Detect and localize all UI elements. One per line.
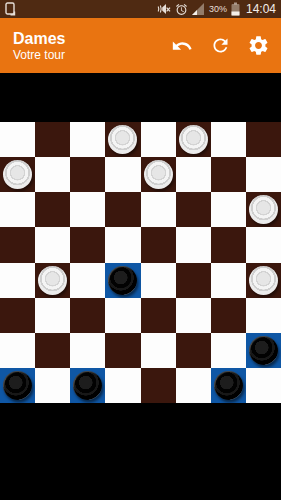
square-r2c8[interactable]	[246, 157, 281, 192]
square-r3c6[interactable]	[176, 192, 211, 227]
settings-button[interactable]	[239, 26, 277, 66]
square-r3c8[interactable]	[246, 192, 281, 227]
square-r6c1[interactable]	[0, 298, 35, 333]
redo-icon	[210, 35, 231, 56]
square-r7c3[interactable]	[70, 333, 105, 368]
square-r3c5[interactable]	[141, 192, 176, 227]
square-r6c5[interactable]	[141, 298, 176, 333]
square-r5c5[interactable]	[141, 263, 176, 298]
square-r4c7[interactable]	[211, 227, 246, 262]
battery-icon	[231, 2, 240, 16]
square-r7c6[interactable]	[176, 333, 211, 368]
square-r4c3[interactable]	[70, 227, 105, 262]
square-r1c1[interactable]	[0, 122, 35, 157]
app-screen: 30% 14:04 Dames Votre tour	[0, 0, 281, 500]
white-checker[interactable]	[249, 195, 278, 224]
square-r7c7[interactable]	[211, 333, 246, 368]
square-r3c3[interactable]	[70, 192, 105, 227]
square-r8c5[interactable]	[141, 368, 176, 403]
screenshot-icon	[5, 2, 16, 16]
square-r6c8[interactable]	[246, 298, 281, 333]
square-r4c5[interactable]	[141, 227, 176, 262]
mute-icon	[157, 3, 171, 15]
square-r8c6[interactable]	[176, 368, 211, 403]
battery-percent: 30%	[209, 4, 227, 14]
black-checker[interactable]	[108, 266, 137, 295]
black-checker[interactable]	[3, 371, 32, 400]
square-r2c2[interactable]	[35, 157, 70, 192]
square-r8c3[interactable]	[70, 368, 105, 403]
square-r5c6[interactable]	[176, 263, 211, 298]
white-checker[interactable]	[108, 125, 137, 154]
checkers-board	[0, 122, 281, 403]
square-r2c7[interactable]	[211, 157, 246, 192]
black-checker[interactable]	[249, 336, 278, 365]
square-r7c8[interactable]	[246, 333, 281, 368]
black-checker[interactable]	[214, 371, 243, 400]
square-r1c6[interactable]	[176, 122, 211, 157]
square-r7c1[interactable]	[0, 333, 35, 368]
square-r1c8[interactable]	[246, 122, 281, 157]
white-checker[interactable]	[38, 266, 67, 295]
square-r6c2[interactable]	[35, 298, 70, 333]
black-checker[interactable]	[73, 371, 102, 400]
alarm-icon	[175, 3, 188, 16]
undo-button[interactable]	[163, 26, 201, 66]
status-bar: 30% 14:04	[0, 0, 281, 18]
square-r7c4[interactable]	[105, 333, 140, 368]
square-r5c7[interactable]	[211, 263, 246, 298]
title-block: Dames Votre tour	[0, 29, 163, 63]
square-r1c4[interactable]	[105, 122, 140, 157]
page-title: Dames	[13, 29, 163, 48]
square-r5c1[interactable]	[0, 263, 35, 298]
white-checker[interactable]	[249, 266, 278, 295]
square-r2c1[interactable]	[0, 157, 35, 192]
square-r5c2[interactable]	[35, 263, 70, 298]
square-r3c1[interactable]	[0, 192, 35, 227]
square-r6c7[interactable]	[211, 298, 246, 333]
square-r8c1[interactable]	[0, 368, 35, 403]
undo-icon	[171, 35, 193, 57]
square-r8c8[interactable]	[246, 368, 281, 403]
square-r4c2[interactable]	[35, 227, 70, 262]
clock: 14:04	[246, 2, 276, 16]
square-r6c3[interactable]	[70, 298, 105, 333]
turn-status: Votre tour	[13, 48, 163, 63]
square-r5c8[interactable]	[246, 263, 281, 298]
square-r8c4[interactable]	[105, 368, 140, 403]
white-checker[interactable]	[3, 160, 32, 189]
square-r5c4[interactable]	[105, 263, 140, 298]
white-checker[interactable]	[179, 125, 208, 154]
square-r4c6[interactable]	[176, 227, 211, 262]
square-r1c5[interactable]	[141, 122, 176, 157]
board-margin-bottom	[0, 403, 281, 500]
gear-icon	[247, 34, 270, 57]
square-r3c2[interactable]	[35, 192, 70, 227]
square-r7c2[interactable]	[35, 333, 70, 368]
square-r3c4[interactable]	[105, 192, 140, 227]
square-r8c2[interactable]	[35, 368, 70, 403]
square-r1c3[interactable]	[70, 122, 105, 157]
square-r4c4[interactable]	[105, 227, 140, 262]
square-r8c7[interactable]	[211, 368, 246, 403]
app-bar-actions	[163, 26, 281, 66]
square-r2c4[interactable]	[105, 157, 140, 192]
square-r5c3[interactable]	[70, 263, 105, 298]
board-margin-top	[0, 73, 281, 122]
redo-button[interactable]	[201, 26, 239, 66]
square-r2c3[interactable]	[70, 157, 105, 192]
signal-icon	[192, 3, 205, 15]
square-r4c1[interactable]	[0, 227, 35, 262]
square-r2c5[interactable]	[141, 157, 176, 192]
square-r3c7[interactable]	[211, 192, 246, 227]
square-r1c2[interactable]	[35, 122, 70, 157]
app-bar: Dames Votre tour	[0, 18, 281, 73]
square-r1c7[interactable]	[211, 122, 246, 157]
square-r7c5[interactable]	[141, 333, 176, 368]
white-checker[interactable]	[144, 160, 173, 189]
square-r2c6[interactable]	[176, 157, 211, 192]
square-r6c6[interactable]	[176, 298, 211, 333]
square-r4c8[interactable]	[246, 227, 281, 262]
square-r6c4[interactable]	[105, 298, 140, 333]
